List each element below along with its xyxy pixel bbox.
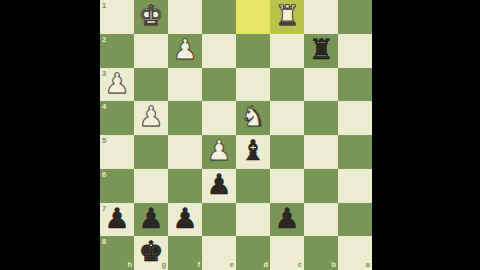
square-c8[interactable]: c xyxy=(270,236,304,270)
square-f8[interactable]: f xyxy=(168,236,202,270)
square-d8[interactable]: d xyxy=(236,236,270,270)
white-king-g1[interactable]: ♚ xyxy=(138,0,163,33)
square-b3[interactable] xyxy=(304,68,338,102)
square-c7[interactable]: ♟ xyxy=(270,203,304,237)
square-g1[interactable]: ♚ xyxy=(134,0,168,34)
square-h7[interactable]: 7♟ xyxy=(100,203,134,237)
square-h1[interactable]: 1 xyxy=(100,0,134,34)
square-b5[interactable] xyxy=(304,135,338,169)
square-b6[interactable] xyxy=(304,169,338,203)
white-pawn-h3[interactable]: ♟ xyxy=(104,67,129,101)
square-c1[interactable]: ♜ xyxy=(270,0,304,34)
square-a5[interactable] xyxy=(338,135,372,169)
square-b4[interactable] xyxy=(304,101,338,135)
square-d6[interactable] xyxy=(236,169,270,203)
black-pawn-g7[interactable]: ♟ xyxy=(138,202,163,236)
square-h8[interactable]: 8h xyxy=(100,236,134,270)
square-f3[interactable] xyxy=(168,68,202,102)
square-e3[interactable] xyxy=(202,68,236,102)
square-g5[interactable] xyxy=(134,135,168,169)
file-label-e: e xyxy=(230,261,234,269)
square-h4[interactable]: 4 xyxy=(100,101,134,135)
black-pawn-h7[interactable]: ♟ xyxy=(104,202,129,236)
square-d3[interactable] xyxy=(236,68,270,102)
square-e1[interactable] xyxy=(202,0,236,34)
square-g6[interactable] xyxy=(134,169,168,203)
square-c4[interactable] xyxy=(270,101,304,135)
square-c2[interactable] xyxy=(270,34,304,68)
black-pawn-f7[interactable]: ♟ xyxy=(172,202,197,236)
right-black-bar xyxy=(372,0,480,270)
square-e2[interactable] xyxy=(202,34,236,68)
square-g7[interactable]: ♟ xyxy=(134,203,168,237)
white-rook-c1[interactable]: ♜ xyxy=(274,0,299,33)
square-b2[interactable]: ♜ xyxy=(304,34,338,68)
square-d5[interactable]: ♝ xyxy=(236,135,270,169)
square-g3[interactable] xyxy=(134,68,168,102)
square-f7[interactable]: ♟ xyxy=(168,203,202,237)
square-f4[interactable] xyxy=(168,101,202,135)
black-bishop-d5[interactable]: ♝ xyxy=(240,134,265,168)
square-g8[interactable]: g♚ xyxy=(134,236,168,270)
rank-label-6: 6 xyxy=(102,171,106,179)
square-d7[interactable] xyxy=(236,203,270,237)
square-e4[interactable] xyxy=(202,101,236,135)
rank-label-2: 2 xyxy=(102,36,106,44)
white-pawn-g4[interactable]: ♟ xyxy=(138,100,163,134)
rank-label-4: 4 xyxy=(102,103,106,111)
square-a4[interactable] xyxy=(338,101,372,135)
square-c3[interactable] xyxy=(270,68,304,102)
square-f5[interactable] xyxy=(168,135,202,169)
white-knight-d4[interactable]: ♞ xyxy=(240,100,265,134)
square-e7[interactable] xyxy=(202,203,236,237)
square-g4[interactable]: ♟ xyxy=(134,101,168,135)
square-h5[interactable]: 5 xyxy=(100,135,134,169)
rank-label-5: 5 xyxy=(102,137,106,145)
file-label-h: h xyxy=(127,261,132,269)
square-h6[interactable]: 6 xyxy=(100,169,134,203)
file-label-f: f xyxy=(198,261,201,269)
square-d2[interactable] xyxy=(236,34,270,68)
square-h2[interactable]: 2 xyxy=(100,34,134,68)
square-e8[interactable]: e xyxy=(202,236,236,270)
square-a3[interactable] xyxy=(338,68,372,102)
square-a7[interactable] xyxy=(338,203,372,237)
square-f1[interactable] xyxy=(168,0,202,34)
white-pawn-e5[interactable]: ♟ xyxy=(206,134,231,168)
rank-label-1: 1 xyxy=(102,2,106,10)
square-a6[interactable] xyxy=(338,169,372,203)
black-pawn-c7[interactable]: ♟ xyxy=(274,202,299,236)
square-a2[interactable] xyxy=(338,34,372,68)
square-f6[interactable] xyxy=(168,169,202,203)
square-a8[interactable]: a xyxy=(338,236,372,270)
file-label-a: a xyxy=(366,261,370,269)
chess-board: 1♚♜2♟♜3♟4♟♞5♟♝6♟7♟♟♟♟8hg♚fedcba xyxy=(100,0,372,270)
file-label-b: b xyxy=(331,261,336,269)
square-e5[interactable]: ♟ xyxy=(202,135,236,169)
square-b8[interactable]: b xyxy=(304,236,338,270)
square-e6[interactable]: ♟ xyxy=(202,169,236,203)
left-black-bar xyxy=(0,0,100,270)
square-d1[interactable] xyxy=(236,0,270,34)
square-f2[interactable]: ♟ xyxy=(168,34,202,68)
file-label-d: d xyxy=(263,261,268,269)
square-b1[interactable] xyxy=(304,0,338,34)
rank-label-8: 8 xyxy=(102,238,106,246)
square-d4[interactable]: ♞ xyxy=(236,101,270,135)
square-g2[interactable] xyxy=(134,34,168,68)
square-h3[interactable]: 3♟ xyxy=(100,68,134,102)
square-c6[interactable] xyxy=(270,169,304,203)
black-king-g8[interactable]: ♚ xyxy=(138,235,163,269)
black-pawn-e6[interactable]: ♟ xyxy=(206,168,231,202)
square-a1[interactable] xyxy=(338,0,372,34)
app-window: 1♚♜2♟♜3♟4♟♞5♟♝6♟7♟♟♟♟8hg♚fedcba xyxy=(0,0,480,270)
file-label-c: c xyxy=(298,261,302,269)
square-c5[interactable] xyxy=(270,135,304,169)
white-pawn-f2[interactable]: ♟ xyxy=(172,33,197,67)
black-rook-b2[interactable]: ♜ xyxy=(308,33,333,67)
square-b7[interactable] xyxy=(304,203,338,237)
